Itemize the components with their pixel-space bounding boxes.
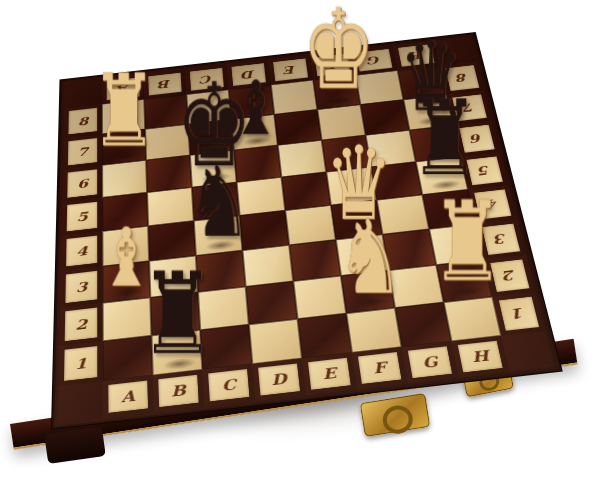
frame-cell: F	[310, 50, 356, 80]
square-f8[interactable]: ♚	[313, 75, 360, 109]
square-e7[interactable]	[274, 109, 321, 145]
frame-cell: G	[402, 341, 459, 383]
square-h7[interactable]: ♛	[403, 95, 453, 130]
frame-cell: B	[153, 370, 205, 413]
file-label-f-top: F	[314, 53, 350, 76]
rank-label-8-left: 8	[68, 108, 97, 135]
frame-corner	[64, 78, 102, 108]
square-f2[interactable]: ♞	[341, 270, 395, 313]
frame-cell: H	[393, 40, 440, 70]
square-h1[interactable]	[444, 297, 502, 342]
file-label-h-bottom: H	[458, 341, 503, 373]
frame-cell: 1	[59, 341, 103, 386]
square-h2[interactable]: ♜	[436, 260, 492, 303]
square-d2[interactable]	[246, 281, 298, 324]
square-b1[interactable]: ♜	[151, 330, 202, 375]
file-label-b-top: B	[148, 72, 182, 95]
rank-label-7-left: 7	[68, 138, 98, 166]
piece-shadow	[411, 113, 454, 129]
frame-cell: C	[202, 364, 255, 407]
rank-label-8-right: 8	[445, 65, 479, 91]
rank-label-1-left: 1	[64, 346, 97, 381]
frame-cell: 8	[64, 104, 102, 138]
piece-black-rook[interactable]: ♜	[410, 86, 479, 190]
piece-white-king[interactable]: ♚	[302, 0, 376, 105]
frame-cell: E	[302, 353, 357, 395]
rank-label-2-left: 2	[65, 308, 98, 342]
square-e3[interactable]	[289, 240, 341, 281]
square-d1[interactable]	[249, 319, 302, 364]
rank-label-3-left: 3	[65, 271, 97, 303]
square-e5[interactable]	[281, 172, 330, 210]
square-b7[interactable]	[145, 124, 190, 160]
frame-cell: 6	[62, 165, 102, 202]
piece-white-knight[interactable]: ♞	[336, 206, 404, 308]
piece-black-bishop[interactable]: ♝	[231, 71, 281, 146]
file-label-a-bottom: A	[108, 380, 148, 413]
frame-cell: 7	[63, 134, 102, 170]
square-a8[interactable]	[102, 99, 145, 134]
square-b8[interactable]	[144, 94, 188, 129]
square-e6[interactable]	[278, 140, 326, 177]
square-g8[interactable]	[355, 70, 403, 104]
file-label-a-top: A	[106, 77, 139, 100]
rank-label-6-right: 6	[459, 125, 495, 153]
frame-cell: A	[103, 375, 154, 418]
rank-label-7-right: 7	[452, 94, 487, 121]
frame-cell: 4	[61, 231, 103, 271]
frame-cell: 8	[440, 61, 485, 94]
square-a7[interactable]: ♜	[102, 129, 146, 165]
square-d3[interactable]	[242, 245, 293, 287]
file-label-b-bottom: B	[158, 375, 199, 407]
board-scene: ABCDEFGH8♚87♜♝♛76♚65♜54♞♛43♝32♞♜21♜1ABCD…	[2, 0, 582, 480]
frame-cell: H	[451, 336, 509, 378]
frame-corner	[434, 36, 477, 65]
square-f1[interactable]	[346, 308, 401, 353]
frame-cell: 2	[59, 303, 102, 346]
scene-tilt: ABCDEFGH8♚87♜♝♛76♚65♜54♞♛43♝32♞♜21♜1ABCD…	[52, 33, 561, 429]
square-g1[interactable]	[395, 302, 451, 347]
frame-cell: 5	[62, 198, 103, 236]
file-label-g-top: G	[356, 49, 392, 72]
frame-cell: G	[351, 45, 398, 75]
frame-cell: 7	[446, 90, 492, 125]
file-label-c-bottom: C	[208, 369, 249, 401]
frame-corner	[501, 331, 555, 372]
rank-label-6-left: 6	[67, 169, 97, 198]
rank-label-4-left: 4	[66, 236, 97, 267]
square-e1[interactable]	[298, 313, 352, 358]
piece-white-rook[interactable]: ♜	[91, 61, 157, 161]
frame-cell: F	[352, 347, 408, 389]
scene-rotation: ABCDEFGH8♚87♜♝♛76♚65♜54♞♛43♝32♞♜21♜1ABCD…	[0, 0, 600, 480]
square-h6[interactable]	[409, 125, 460, 162]
frame-cell: E	[268, 55, 313, 85]
frame-cell: B	[143, 69, 186, 99]
chess-board: ABCDEFGH8♚87♜♝♛76♚65♜54♞♛43♝32♞♜21♜1ABCD…	[52, 33, 561, 429]
rank-label-1-right: 1	[499, 297, 539, 331]
file-label-g-bottom: G	[408, 346, 452, 378]
file-label-f-bottom: F	[358, 352, 402, 384]
rank-label-5-left: 5	[67, 202, 98, 232]
square-d8[interactable]	[229, 85, 275, 119]
file-label-c-top: C	[190, 68, 224, 91]
piece-black-queen[interactable]: ♛	[399, 30, 463, 126]
photo-canvas: ABCDEFGH8♚87♜♝♛76♚65♜54♞♛43♝32♞♜21♜1ABCD…	[0, 0, 600, 480]
piece-shadow	[320, 93, 361, 108]
frame-cell: C	[185, 64, 229, 94]
square-b6[interactable]	[146, 155, 192, 192]
piece-shadow	[106, 147, 146, 163]
frame-cell: 3	[60, 266, 102, 307]
frame-cell: D	[226, 59, 270, 89]
square-e8[interactable]	[271, 80, 317, 114]
square-c8[interactable]	[186, 90, 231, 125]
frame-cell: A	[102, 74, 144, 104]
square-a6[interactable]	[102, 160, 147, 197]
file-label-d-top: D	[231, 63, 266, 86]
frame-corner	[58, 381, 103, 423]
frame-cell: 6	[453, 121, 500, 157]
piece-black-knight[interactable]: ♞	[187, 153, 252, 251]
piece-black-rook[interactable]: ♜	[140, 257, 215, 370]
piece-white-rook[interactable]: ♜	[431, 186, 504, 297]
file-label-e-top: E	[273, 58, 308, 81]
frame-cell: 1	[492, 292, 545, 336]
frame-cell: D	[252, 358, 306, 400]
file-label-e-bottom: E	[308, 358, 351, 390]
file-label-d-bottom: D	[258, 363, 300, 395]
square-h8[interactable]	[398, 66, 447, 100]
file-label-h-top: H	[398, 44, 435, 67]
